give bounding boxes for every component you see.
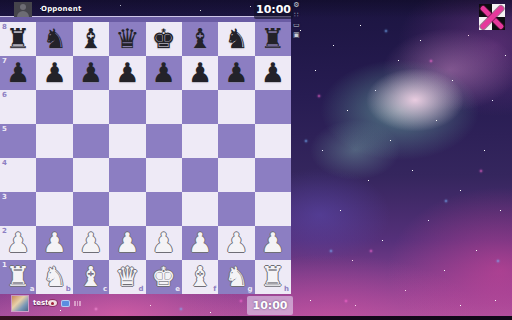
square-h4[interactable] [255, 158, 291, 192]
player-avatar [12, 296, 28, 311]
rank-label-3: 3 [2, 194, 7, 201]
square-d8[interactable]: ♛ [109, 22, 145, 56]
square-e2[interactable]: ♟ [146, 226, 182, 260]
square-h7[interactable]: ♟ [255, 56, 291, 90]
black-rook-a8[interactable]: ♜ [0, 22, 36, 56]
white-pawn-g2[interactable]: ♟ [218, 226, 254, 260]
black-pawn-b7[interactable]: ♟ [36, 56, 72, 90]
player-name: test [33, 299, 49, 307]
black-bishop-f8[interactable]: ♝ [182, 22, 218, 56]
square-a8[interactable]: 8♜ [0, 22, 36, 56]
square-e5[interactable] [146, 124, 182, 158]
white-pawn-c2[interactable]: ♟ [73, 226, 109, 260]
white-king-e1[interactable]: ♚ [146, 260, 182, 294]
white-pawn-h2[interactable]: ♟ [255, 226, 291, 260]
black-pawn-d7[interactable]: ♟ [109, 56, 145, 90]
square-c5[interactable] [73, 124, 109, 158]
square-g5[interactable] [218, 124, 254, 158]
widget-square-icon[interactable]: ▣ [293, 31, 300, 40]
square-d5[interactable] [109, 124, 145, 158]
white-pawn-e2[interactable]: ♟ [146, 226, 182, 260]
square-f7[interactable]: ♟ [182, 56, 218, 90]
black-queen-d8[interactable]: ♛ [109, 22, 145, 56]
square-b7[interactable]: ♟ [36, 56, 72, 90]
black-knight-g8[interactable]: ♞ [218, 22, 254, 56]
square-d2[interactable]: ♟ [109, 226, 145, 260]
white-queen-d1[interactable]: ♛ [109, 260, 145, 294]
square-b3[interactable] [36, 192, 72, 226]
square-d1[interactable]: d♛ [109, 260, 145, 294]
square-h3[interactable] [255, 192, 291, 226]
square-f8[interactable]: ♝ [182, 22, 218, 56]
square-a5[interactable]: 5 [0, 124, 36, 158]
black-pawn-h7[interactable]: ♟ [255, 56, 291, 90]
rank-label-4: 4 [2, 160, 7, 167]
square-f6[interactable] [182, 90, 218, 124]
square-h6[interactable] [255, 90, 291, 124]
white-knight-g1[interactable]: ♞ [218, 260, 254, 294]
square-d4[interactable] [109, 158, 145, 192]
square-f3[interactable] [182, 192, 218, 226]
square-c7[interactable]: ♟ [73, 56, 109, 90]
black-pawn-f7[interactable]: ♟ [182, 56, 218, 90]
square-b2[interactable]: ♟ [36, 226, 72, 260]
black-knight-b8[interactable]: ♞ [36, 22, 72, 56]
black-king-e8[interactable]: ♚ [146, 22, 182, 56]
square-b5[interactable] [36, 124, 72, 158]
square-g7[interactable]: ♟ [218, 56, 254, 90]
square-b6[interactable] [36, 90, 72, 124]
square-g6[interactable] [218, 90, 254, 124]
square-c1[interactable]: c♝ [73, 260, 109, 294]
chat-icon[interactable] [61, 300, 70, 307]
white-rook-a1[interactable]: ♜ [0, 260, 36, 294]
square-f5[interactable] [182, 124, 218, 158]
square-g8[interactable]: ♞ [218, 22, 254, 56]
rank-label-6: 6 [2, 92, 7, 99]
square-a3[interactable]: 3 [0, 192, 36, 226]
square-f2[interactable]: ♟ [182, 226, 218, 260]
black-pawn-c7[interactable]: ♟ [73, 56, 109, 90]
bottom-edge-strip [0, 316, 512, 320]
white-knight-b1[interactable]: ♞ [36, 260, 72, 294]
square-b1[interactable]: b♞ [36, 260, 72, 294]
white-pawn-f2[interactable]: ♟ [182, 226, 218, 260]
black-rook-h8[interactable]: ♜ [255, 22, 291, 56]
eye-icon[interactable] [48, 300, 57, 306]
white-bishop-f1[interactable]: ♝ [182, 260, 218, 294]
square-g3[interactable] [218, 192, 254, 226]
square-c2[interactable]: ♟ [73, 226, 109, 260]
opponent-name: Opponent [41, 5, 81, 13]
rank-label-5: 5 [2, 126, 7, 133]
square-e6[interactable] [146, 90, 182, 124]
chess-app-logo-icon[interactable] [479, 4, 505, 30]
display-window-icon[interactable]: ▭ [293, 21, 300, 30]
square-e8[interactable]: ♚ [146, 22, 182, 56]
square-f4[interactable] [182, 158, 218, 192]
square-h5[interactable] [255, 124, 291, 158]
settings-gear-icon[interactable]: ⚙ [293, 1, 300, 10]
square-e4[interactable] [146, 158, 182, 192]
square-g2[interactable]: ♟ [218, 226, 254, 260]
black-pawn-e7[interactable]: ♟ [146, 56, 182, 90]
square-b4[interactable] [36, 158, 72, 192]
square-b8[interactable]: ♞ [36, 22, 72, 56]
square-a7[interactable]: 7♟ [0, 56, 36, 90]
square-d7[interactable]: ♟ [109, 56, 145, 90]
square-h2[interactable]: ♟ [255, 226, 291, 260]
chess-board: 8♜♞♝♛♚♝♞♜7♟♟♟♟♟♟♟♟65432♟♟♟♟♟♟♟♟1a♜b♞c♝d♛… [0, 22, 291, 294]
black-pawn-g7[interactable]: ♟ [218, 56, 254, 90]
square-d3[interactable] [109, 192, 145, 226]
black-pawn-a7[interactable]: ♟ [0, 56, 36, 90]
white-pawn-a2[interactable]: ♟ [0, 226, 36, 260]
square-e7[interactable]: ♟ [146, 56, 182, 90]
square-g1[interactable]: g♞ [218, 260, 254, 294]
white-bishop-c1[interactable]: ♝ [73, 260, 109, 294]
square-a2[interactable]: 2♟ [0, 226, 36, 260]
square-c8[interactable]: ♝ [73, 22, 109, 56]
square-g4[interactable] [218, 158, 254, 192]
white-pawn-b2[interactable]: ♟ [36, 226, 72, 260]
square-a1[interactable]: 1a♜ [0, 260, 36, 294]
player-clock: 10:00 [247, 296, 293, 315]
square-c6[interactable] [73, 90, 109, 124]
logo-cross-icon [479, 4, 505, 30]
square-f1[interactable]: f♝ [182, 260, 218, 294]
square-a6[interactable]: 6 [0, 90, 36, 124]
square-a4[interactable]: 4 [0, 158, 36, 192]
square-h8[interactable]: ♜ [255, 22, 291, 56]
white-rook-h1[interactable]: ♜ [255, 260, 291, 294]
app-grid-icon[interactable]: ∷ [293, 11, 300, 20]
signal-bars-icon [74, 301, 81, 306]
square-c4[interactable] [73, 158, 109, 192]
square-c3[interactable] [73, 192, 109, 226]
black-bishop-c8[interactable]: ♝ [73, 22, 109, 56]
opponent-clock: 10:00 [254, 1, 293, 19]
white-pawn-d2[interactable]: ♟ [109, 226, 145, 260]
square-h1[interactable]: h♜ [255, 260, 291, 294]
system-tray: ⚙ ∷ ▭ ▣ [293, 1, 300, 40]
square-d6[interactable] [109, 90, 145, 124]
square-e3[interactable] [146, 192, 182, 226]
opponent-avatar [14, 2, 32, 17]
square-e1[interactable]: e♚ [146, 260, 182, 294]
